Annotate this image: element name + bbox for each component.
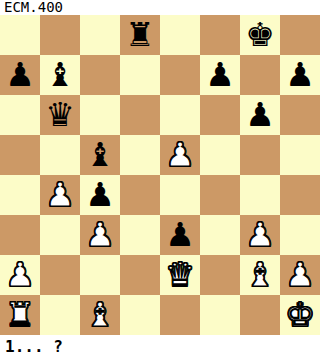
black-king-g8: ♚ [245,15,275,55]
square-d1[interactable] [120,295,160,335]
square-h5[interactable] [280,135,320,175]
square-c7[interactable] [80,55,120,95]
square-c3[interactable]: ♟ [80,215,120,255]
square-d7[interactable] [120,55,160,95]
square-a5[interactable] [0,135,40,175]
black-queen-b6: ♛ [45,95,75,135]
square-a4[interactable] [0,175,40,215]
square-b8[interactable] [40,15,80,55]
square-d5[interactable] [120,135,160,175]
square-g6[interactable]: ♟ [240,95,280,135]
square-g5[interactable] [240,135,280,175]
square-f2[interactable] [200,255,240,295]
square-e4[interactable] [160,175,200,215]
square-f3[interactable] [200,215,240,255]
black-pawn-a7: ♟ [5,55,35,95]
white-pawn-g3: ♟ [245,215,275,255]
square-e7[interactable] [160,55,200,95]
square-h8[interactable] [280,15,320,55]
square-d3[interactable] [120,215,160,255]
square-c1[interactable]: ♝ [80,295,120,335]
square-h2[interactable]: ♟ [280,255,320,295]
black-pawn-g6: ♟ [245,95,275,135]
white-bishop-c1: ♝ [85,295,115,335]
white-pawn-c3: ♟ [85,215,115,255]
square-h7[interactable]: ♟ [280,55,320,95]
square-g4[interactable] [240,175,280,215]
square-b2[interactable] [40,255,80,295]
square-b3[interactable] [40,215,80,255]
square-g1[interactable] [240,295,280,335]
square-e3[interactable]: ♟ [160,215,200,255]
black-bishop-c5: ♝ [85,135,115,175]
square-f4[interactable] [200,175,240,215]
square-e5[interactable]: ♟ [160,135,200,175]
square-a8[interactable] [0,15,40,55]
square-c5[interactable]: ♝ [80,135,120,175]
black-rook-d8: ♜ [125,15,155,55]
square-a7[interactable]: ♟ [0,55,40,95]
square-b1[interactable] [40,295,80,335]
square-e2[interactable]: ♛ [160,255,200,295]
square-d6[interactable] [120,95,160,135]
square-h6[interactable] [280,95,320,135]
white-pawn-e5: ♟ [165,135,195,175]
square-b4[interactable]: ♟ [40,175,80,215]
square-e1[interactable] [160,295,200,335]
square-g2[interactable]: ♝ [240,255,280,295]
square-a6[interactable] [0,95,40,135]
white-bishop-g2: ♝ [245,255,275,295]
square-b6[interactable]: ♛ [40,95,80,135]
square-c2[interactable] [80,255,120,295]
black-pawn-h7: ♟ [285,55,315,95]
square-g8[interactable]: ♚ [240,15,280,55]
square-a2[interactable]: ♟ [0,255,40,295]
square-d4[interactable] [120,175,160,215]
move-prompt: 1... ? [5,338,63,356]
square-h1[interactable]: ♚ [280,295,320,335]
black-bishop-b7: ♝ [45,55,75,95]
square-g7[interactable] [240,55,280,95]
square-f7[interactable]: ♟ [200,55,240,95]
square-a3[interactable] [0,215,40,255]
square-d8[interactable]: ♜ [120,15,160,55]
square-b7[interactable]: ♝ [40,55,80,95]
square-c4[interactable]: ♟ [80,175,120,215]
square-e8[interactable] [160,15,200,55]
square-f6[interactable] [200,95,240,135]
square-g3[interactable]: ♟ [240,215,280,255]
diagram-title: ECM.400 [4,0,63,15]
black-pawn-e3: ♟ [165,215,195,255]
square-f8[interactable] [200,15,240,55]
square-e6[interactable] [160,95,200,135]
square-h4[interactable] [280,175,320,215]
white-pawn-b4: ♟ [45,175,75,215]
black-pawn-c4: ♟ [85,175,115,215]
square-c8[interactable] [80,15,120,55]
white-rook-a1: ♜ [5,295,35,335]
square-f1[interactable] [200,295,240,335]
white-pawn-a2: ♟ [5,255,35,295]
square-c6[interactable] [80,95,120,135]
white-king-h1: ♚ [285,295,315,335]
square-h3[interactable] [280,215,320,255]
square-f5[interactable] [200,135,240,175]
square-d2[interactable] [120,255,160,295]
square-a1[interactable]: ♜ [0,295,40,335]
square-b5[interactable] [40,135,80,175]
chess-board: ♜♚♟♝♟♟♛♟♝♟♟♟♟♟♟♟♛♝♟♜♝♚ [0,15,320,335]
white-queen-e2: ♛ [165,255,195,295]
white-pawn-h2: ♟ [285,255,315,295]
black-pawn-f7: ♟ [205,55,235,95]
